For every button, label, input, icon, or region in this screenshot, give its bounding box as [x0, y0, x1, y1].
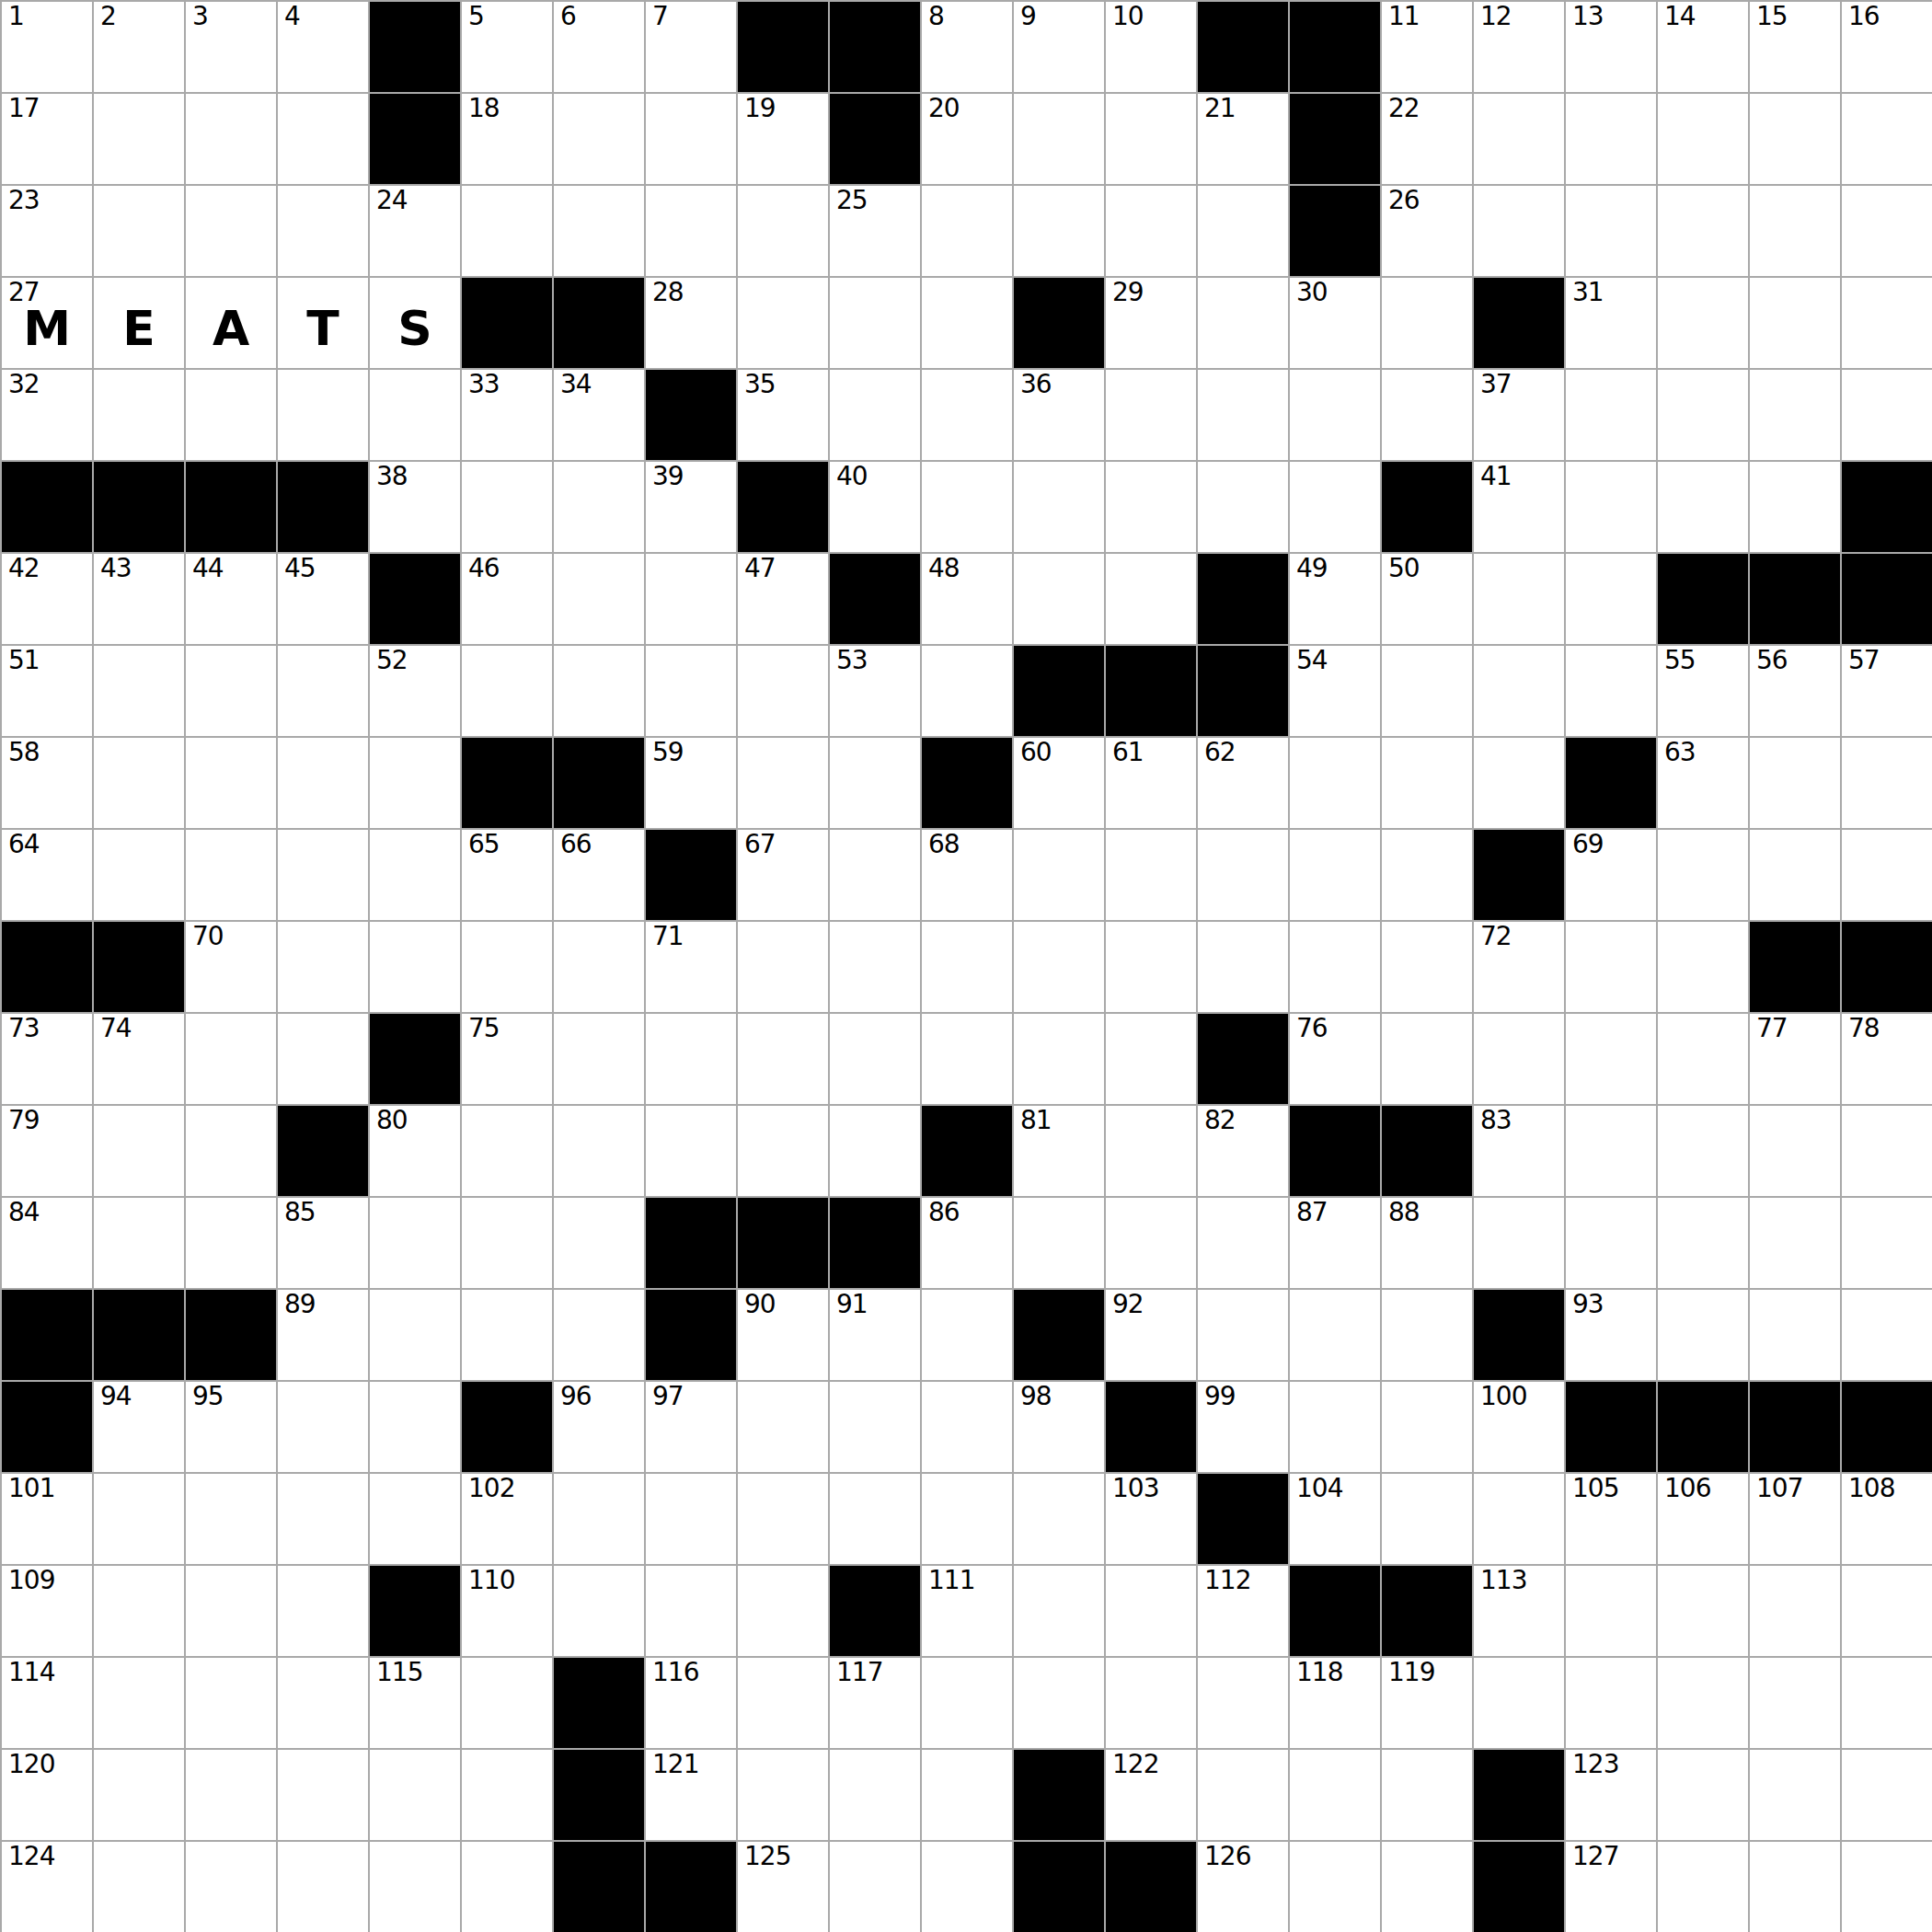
cell-r18c18[interactable]: [1566, 1566, 1658, 1658]
cell-r19c10[interactable]: 117: [830, 1658, 922, 1750]
cell-r19c16[interactable]: 119: [1382, 1658, 1474, 1750]
cell-r13c21[interactable]: [1842, 1106, 1932, 1198]
cell-r10c1[interactable]: 64: [2, 830, 94, 922]
cell-r5c5[interactable]: [370, 370, 462, 462]
cell-r21c14[interactable]: 126: [1198, 1842, 1290, 1932]
cell-r9c13[interactable]: 61: [1106, 738, 1198, 830]
cell-r17c1[interactable]: 101: [2, 1474, 94, 1566]
cell-r10c4[interactable]: [278, 830, 370, 922]
cell-r4c14[interactable]: [1198, 278, 1290, 370]
cell-r18c7[interactable]: [554, 1566, 646, 1658]
cell-r19c18[interactable]: [1566, 1658, 1658, 1750]
cell-r7c18[interactable]: [1566, 554, 1658, 646]
cell-r20c15[interactable]: [1290, 1750, 1382, 1842]
cell-r3c13[interactable]: [1106, 186, 1198, 278]
cell-r13c19[interactable]: [1658, 1106, 1750, 1198]
cell-r6c18[interactable]: [1566, 462, 1658, 554]
cell-r1c4[interactable]: 4: [278, 2, 370, 94]
cell-r17c15[interactable]: 104: [1290, 1474, 1382, 1566]
cell-r17c10[interactable]: [830, 1474, 922, 1566]
cell-r5c17[interactable]: 37: [1474, 370, 1566, 462]
cell-r17c17[interactable]: [1474, 1474, 1566, 1566]
cell-r1c7[interactable]: 6: [554, 2, 646, 94]
cell-r6c17[interactable]: 41: [1474, 462, 1566, 554]
cell-r9c17[interactable]: [1474, 738, 1566, 830]
cell-r19c14[interactable]: [1198, 1658, 1290, 1750]
cell-r8c2[interactable]: [94, 646, 186, 738]
cell-r6c6[interactable]: [462, 462, 554, 554]
cell-r4c21[interactable]: [1842, 278, 1932, 370]
cell-r1c18[interactable]: 13: [1566, 2, 1658, 94]
cell-r4c4[interactable]: T: [278, 278, 370, 370]
cell-r18c17[interactable]: 113: [1474, 1566, 1566, 1658]
cell-r20c18[interactable]: 123: [1566, 1750, 1658, 1842]
cell-r15c15[interactable]: [1290, 1290, 1382, 1382]
cell-r19c20[interactable]: [1750, 1658, 1842, 1750]
cell-r10c12[interactable]: [1014, 830, 1106, 922]
cell-r20c16[interactable]: [1382, 1750, 1474, 1842]
cell-r20c21[interactable]: [1842, 1750, 1932, 1842]
cell-r3c5[interactable]: 24: [370, 186, 462, 278]
cell-r12c9[interactable]: [738, 1014, 830, 1106]
cell-r7c13[interactable]: [1106, 554, 1198, 646]
cell-r9c21[interactable]: [1842, 738, 1932, 830]
cell-r3c19[interactable]: [1658, 186, 1750, 278]
cell-r2c1[interactable]: 17: [2, 94, 94, 186]
cell-r12c8[interactable]: [646, 1014, 738, 1106]
cell-r21c10[interactable]: [830, 1842, 922, 1932]
cell-r12c1[interactable]: 73: [2, 1014, 94, 1106]
cell-r11c11[interactable]: [922, 922, 1014, 1014]
cell-r16c10[interactable]: [830, 1382, 922, 1474]
cell-r13c6[interactable]: [462, 1106, 554, 1198]
cell-r21c16[interactable]: [1382, 1842, 1474, 1932]
cell-r16c9[interactable]: [738, 1382, 830, 1474]
cell-r10c2[interactable]: [94, 830, 186, 922]
cell-r2c18[interactable]: [1566, 94, 1658, 186]
cell-r13c7[interactable]: [554, 1106, 646, 1198]
cell-r2c9[interactable]: 19: [738, 94, 830, 186]
cell-r11c3[interactable]: 70: [186, 922, 278, 1014]
cell-r20c8[interactable]: 121: [646, 1750, 738, 1842]
cell-r19c13[interactable]: [1106, 1658, 1198, 1750]
cell-r21c15[interactable]: [1290, 1842, 1382, 1932]
cell-r1c12[interactable]: 9: [1014, 2, 1106, 94]
cell-r21c1[interactable]: 124: [2, 1842, 94, 1932]
cell-r9c8[interactable]: 59: [646, 738, 738, 830]
cell-r11c14[interactable]: [1198, 922, 1290, 1014]
cell-r7c1[interactable]: 42: [2, 554, 94, 646]
cell-r6c8[interactable]: 39: [646, 462, 738, 554]
cell-r17c13[interactable]: 103: [1106, 1474, 1198, 1566]
cell-r17c18[interactable]: 105: [1566, 1474, 1658, 1566]
cell-r2c8[interactable]: [646, 94, 738, 186]
cell-r6c20[interactable]: [1750, 462, 1842, 554]
cell-r17c20[interactable]: 107: [1750, 1474, 1842, 1566]
cell-r19c19[interactable]: [1658, 1658, 1750, 1750]
cell-r2c3[interactable]: [186, 94, 278, 186]
cell-r14c13[interactable]: [1106, 1198, 1198, 1290]
cell-r19c12[interactable]: [1014, 1658, 1106, 1750]
cell-r5c12[interactable]: 36: [1014, 370, 1106, 462]
cell-r5c7[interactable]: 34: [554, 370, 646, 462]
cell-r1c20[interactable]: 15: [1750, 2, 1842, 94]
cell-r15c14[interactable]: [1198, 1290, 1290, 1382]
cell-r15c6[interactable]: [462, 1290, 554, 1382]
cell-r6c14[interactable]: [1198, 462, 1290, 554]
cell-r15c7[interactable]: [554, 1290, 646, 1382]
cell-r2c4[interactable]: [278, 94, 370, 186]
cell-r14c11[interactable]: 86: [922, 1198, 1014, 1290]
cell-r8c16[interactable]: [1382, 646, 1474, 738]
cell-r12c19[interactable]: [1658, 1014, 1750, 1106]
cell-r19c17[interactable]: [1474, 1658, 1566, 1750]
cell-r12c11[interactable]: [922, 1014, 1014, 1106]
cell-r5c18[interactable]: [1566, 370, 1658, 462]
cell-r12c18[interactable]: [1566, 1014, 1658, 1106]
cell-r11c6[interactable]: [462, 922, 554, 1014]
cell-r16c16[interactable]: [1382, 1382, 1474, 1474]
cell-r8c15[interactable]: 54: [1290, 646, 1382, 738]
cell-r5c9[interactable]: 35: [738, 370, 830, 462]
cell-r10c15[interactable]: [1290, 830, 1382, 922]
cell-r2c12[interactable]: [1014, 94, 1106, 186]
cell-r12c2[interactable]: 74: [94, 1014, 186, 1106]
cell-r13c17[interactable]: 83: [1474, 1106, 1566, 1198]
cell-r10c21[interactable]: [1842, 830, 1932, 922]
cell-r12c16[interactable]: [1382, 1014, 1474, 1106]
cell-r12c20[interactable]: 77: [1750, 1014, 1842, 1106]
cell-r7c8[interactable]: [646, 554, 738, 646]
cell-r15c4[interactable]: 89: [278, 1290, 370, 1382]
cell-r21c19[interactable]: [1658, 1842, 1750, 1932]
cell-r7c15[interactable]: 49: [1290, 554, 1382, 646]
cell-r9c12[interactable]: 60: [1014, 738, 1106, 830]
cell-r3c18[interactable]: [1566, 186, 1658, 278]
cell-r11c7[interactable]: [554, 922, 646, 1014]
cell-r19c11[interactable]: [922, 1658, 1014, 1750]
cell-r12c12[interactable]: [1014, 1014, 1106, 1106]
cell-r20c2[interactable]: [94, 1750, 186, 1842]
cell-r5c11[interactable]: [922, 370, 1014, 462]
cell-r11c8[interactable]: 71: [646, 922, 738, 1014]
cell-r20c9[interactable]: [738, 1750, 830, 1842]
cell-r6c11[interactable]: [922, 462, 1014, 554]
cell-r16c14[interactable]: 99: [1198, 1382, 1290, 1474]
cell-r17c3[interactable]: [186, 1474, 278, 1566]
cell-r6c19[interactable]: [1658, 462, 1750, 554]
cell-r15c21[interactable]: [1842, 1290, 1932, 1382]
cell-r11c18[interactable]: [1566, 922, 1658, 1014]
cell-r7c12[interactable]: [1014, 554, 1106, 646]
cell-r4c10[interactable]: [830, 278, 922, 370]
cell-r7c3[interactable]: 44: [186, 554, 278, 646]
cell-r20c13[interactable]: 122: [1106, 1750, 1198, 1842]
cell-r7c7[interactable]: [554, 554, 646, 646]
cell-r18c19[interactable]: [1658, 1566, 1750, 1658]
cell-r8c8[interactable]: [646, 646, 738, 738]
cell-r10c18[interactable]: 69: [1566, 830, 1658, 922]
cell-r3c6[interactable]: [462, 186, 554, 278]
cell-r2c21[interactable]: [1842, 94, 1932, 186]
cell-r3c7[interactable]: [554, 186, 646, 278]
cell-r1c2[interactable]: 2: [94, 2, 186, 94]
cell-r5c20[interactable]: [1750, 370, 1842, 462]
cell-r3c17[interactable]: [1474, 186, 1566, 278]
cell-r14c12[interactable]: [1014, 1198, 1106, 1290]
cell-r1c16[interactable]: 11: [1382, 2, 1474, 94]
cell-r14c19[interactable]: [1658, 1198, 1750, 1290]
cell-r8c5[interactable]: 52: [370, 646, 462, 738]
cell-r5c6[interactable]: 33: [462, 370, 554, 462]
cell-r16c3[interactable]: 95: [186, 1382, 278, 1474]
cell-r1c11[interactable]: 8: [922, 2, 1014, 94]
cell-r20c20[interactable]: [1750, 1750, 1842, 1842]
cell-r17c6[interactable]: 102: [462, 1474, 554, 1566]
cell-r21c18[interactable]: 127: [1566, 1842, 1658, 1932]
cell-r8c11[interactable]: [922, 646, 1014, 738]
cell-r8c21[interactable]: 57: [1842, 646, 1932, 738]
cell-r16c11[interactable]: [922, 1382, 1014, 1474]
cell-r1c8[interactable]: 7: [646, 2, 738, 94]
cell-r2c17[interactable]: [1474, 94, 1566, 186]
cell-r11c16[interactable]: [1382, 922, 1474, 1014]
cell-r3c3[interactable]: [186, 186, 278, 278]
cell-r17c8[interactable]: [646, 1474, 738, 1566]
cell-r2c11[interactable]: 20: [922, 94, 1014, 186]
cell-r15c13[interactable]: 92: [1106, 1290, 1198, 1382]
cell-r14c5[interactable]: [370, 1198, 462, 1290]
cell-r10c5[interactable]: [370, 830, 462, 922]
cell-r5c21[interactable]: [1842, 370, 1932, 462]
cell-r10c16[interactable]: [1382, 830, 1474, 922]
cell-r9c9[interactable]: [738, 738, 830, 830]
cell-r18c4[interactable]: [278, 1566, 370, 1658]
cell-r21c11[interactable]: [922, 1842, 1014, 1932]
cell-r7c16[interactable]: 50: [1382, 554, 1474, 646]
cell-r1c13[interactable]: 10: [1106, 2, 1198, 94]
cell-r18c8[interactable]: [646, 1566, 738, 1658]
cell-r3c10[interactable]: 25: [830, 186, 922, 278]
cell-r21c9[interactable]: 125: [738, 1842, 830, 1932]
cell-r3c9[interactable]: [738, 186, 830, 278]
cell-r18c2[interactable]: [94, 1566, 186, 1658]
cell-r5c1[interactable]: 32: [2, 370, 94, 462]
cell-r7c11[interactable]: 48: [922, 554, 1014, 646]
cell-r10c19[interactable]: [1658, 830, 1750, 922]
cell-r19c3[interactable]: [186, 1658, 278, 1750]
cell-r12c21[interactable]: 78: [1842, 1014, 1932, 1106]
cell-r8c20[interactable]: 56: [1750, 646, 1842, 738]
cell-r2c16[interactable]: 22: [1382, 94, 1474, 186]
cell-r17c7[interactable]: [554, 1474, 646, 1566]
cell-r3c14[interactable]: [1198, 186, 1290, 278]
cell-r13c12[interactable]: 81: [1014, 1106, 1106, 1198]
cell-r5c15[interactable]: [1290, 370, 1382, 462]
cell-r5c10[interactable]: [830, 370, 922, 462]
cell-r4c20[interactable]: [1750, 278, 1842, 370]
cell-r4c15[interactable]: 30: [1290, 278, 1382, 370]
cell-r4c8[interactable]: 28: [646, 278, 738, 370]
cell-r8c7[interactable]: [554, 646, 646, 738]
cell-r6c13[interactable]: [1106, 462, 1198, 554]
cell-r4c3[interactable]: A: [186, 278, 278, 370]
cell-r3c20[interactable]: [1750, 186, 1842, 278]
cell-r11c10[interactable]: [830, 922, 922, 1014]
cell-r11c9[interactable]: [738, 922, 830, 1014]
cell-r12c6[interactable]: 75: [462, 1014, 554, 1106]
cell-r4c5[interactable]: S: [370, 278, 462, 370]
cell-r18c1[interactable]: 109: [2, 1566, 94, 1658]
cell-r1c17[interactable]: 12: [1474, 2, 1566, 94]
cell-r20c1[interactable]: 120: [2, 1750, 94, 1842]
cell-r1c21[interactable]: 16: [1842, 2, 1932, 94]
cell-r15c5[interactable]: [370, 1290, 462, 1382]
cell-r20c5[interactable]: [370, 1750, 462, 1842]
cell-r12c13[interactable]: [1106, 1014, 1198, 1106]
cell-r20c6[interactable]: [462, 1750, 554, 1842]
cell-r13c13[interactable]: [1106, 1106, 1198, 1198]
cell-r14c14[interactable]: [1198, 1198, 1290, 1290]
cell-r16c5[interactable]: [370, 1382, 462, 1474]
cell-r16c8[interactable]: 97: [646, 1382, 738, 1474]
cell-r8c9[interactable]: [738, 646, 830, 738]
cell-r21c21[interactable]: [1842, 1842, 1932, 1932]
cell-r9c10[interactable]: [830, 738, 922, 830]
cell-r14c16[interactable]: 88: [1382, 1198, 1474, 1290]
cell-r9c19[interactable]: 63: [1658, 738, 1750, 830]
cell-r10c9[interactable]: 67: [738, 830, 830, 922]
cell-r18c12[interactable]: [1014, 1566, 1106, 1658]
cell-r4c9[interactable]: [738, 278, 830, 370]
cell-r18c11[interactable]: 111: [922, 1566, 1014, 1658]
cell-r17c11[interactable]: [922, 1474, 1014, 1566]
cell-r16c2[interactable]: 94: [94, 1382, 186, 1474]
cell-r19c6[interactable]: [462, 1658, 554, 1750]
cell-r13c9[interactable]: [738, 1106, 830, 1198]
cell-r10c3[interactable]: [186, 830, 278, 922]
cell-r3c4[interactable]: [278, 186, 370, 278]
cell-r14c15[interactable]: 87: [1290, 1198, 1382, 1290]
cell-r14c21[interactable]: [1842, 1198, 1932, 1290]
cell-r7c9[interactable]: 47: [738, 554, 830, 646]
cell-r3c2[interactable]: [94, 186, 186, 278]
cell-r16c17[interactable]: 100: [1474, 1382, 1566, 1474]
cell-r10c13[interactable]: [1106, 830, 1198, 922]
cell-r18c21[interactable]: [1842, 1566, 1932, 1658]
cell-r9c16[interactable]: [1382, 738, 1474, 830]
cell-r1c19[interactable]: 14: [1658, 2, 1750, 94]
cell-r19c21[interactable]: [1842, 1658, 1932, 1750]
cell-r18c14[interactable]: 112: [1198, 1566, 1290, 1658]
cell-r20c19[interactable]: [1658, 1750, 1750, 1842]
cell-r20c14[interactable]: [1198, 1750, 1290, 1842]
cell-r5c3[interactable]: [186, 370, 278, 462]
cell-r10c14[interactable]: [1198, 830, 1290, 922]
cell-r17c9[interactable]: [738, 1474, 830, 1566]
cell-r15c11[interactable]: [922, 1290, 1014, 1382]
cell-r2c7[interactable]: [554, 94, 646, 186]
cell-r18c3[interactable]: [186, 1566, 278, 1658]
cell-r20c3[interactable]: [186, 1750, 278, 1842]
cell-r14c18[interactable]: [1566, 1198, 1658, 1290]
cell-r19c8[interactable]: 116: [646, 1658, 738, 1750]
cell-r4c1[interactable]: 27M: [2, 278, 94, 370]
cell-r14c17[interactable]: [1474, 1198, 1566, 1290]
cell-r13c10[interactable]: [830, 1106, 922, 1198]
cell-r7c6[interactable]: 46: [462, 554, 554, 646]
cell-r16c12[interactable]: 98: [1014, 1382, 1106, 1474]
cell-r16c4[interactable]: [278, 1382, 370, 1474]
cell-r17c21[interactable]: 108: [1842, 1474, 1932, 1566]
cell-r10c10[interactable]: [830, 830, 922, 922]
cell-r13c1[interactable]: 79: [2, 1106, 94, 1198]
cell-r6c10[interactable]: 40: [830, 462, 922, 554]
cell-r2c19[interactable]: [1658, 94, 1750, 186]
cell-r14c2[interactable]: [94, 1198, 186, 1290]
cell-r14c3[interactable]: [186, 1198, 278, 1290]
cell-r18c9[interactable]: [738, 1566, 830, 1658]
cell-r18c13[interactable]: [1106, 1566, 1198, 1658]
cell-r8c18[interactable]: [1566, 646, 1658, 738]
cell-r13c2[interactable]: [94, 1106, 186, 1198]
cell-r13c5[interactable]: 80: [370, 1106, 462, 1198]
cell-r3c1[interactable]: 23: [2, 186, 94, 278]
cell-r12c15[interactable]: 76: [1290, 1014, 1382, 1106]
cell-r13c20[interactable]: [1750, 1106, 1842, 1198]
cell-r9c3[interactable]: [186, 738, 278, 830]
cell-r6c7[interactable]: [554, 462, 646, 554]
cell-r4c2[interactable]: E: [94, 278, 186, 370]
cell-r20c4[interactable]: [278, 1750, 370, 1842]
cell-r7c2[interactable]: 43: [94, 554, 186, 646]
cell-r15c19[interactable]: [1658, 1290, 1750, 1382]
cell-r16c15[interactable]: [1290, 1382, 1382, 1474]
cell-r11c13[interactable]: [1106, 922, 1198, 1014]
cell-r10c11[interactable]: 68: [922, 830, 1014, 922]
cell-r6c5[interactable]: 38: [370, 462, 462, 554]
cell-r18c6[interactable]: 110: [462, 1566, 554, 1658]
cell-r9c20[interactable]: [1750, 738, 1842, 830]
cell-r15c20[interactable]: [1750, 1290, 1842, 1382]
cell-r21c20[interactable]: [1750, 1842, 1842, 1932]
cell-r9c15[interactable]: [1290, 738, 1382, 830]
cell-r11c4[interactable]: [278, 922, 370, 1014]
cell-r8c4[interactable]: [278, 646, 370, 738]
cell-r2c13[interactable]: [1106, 94, 1198, 186]
cell-r21c6[interactable]: [462, 1842, 554, 1932]
cell-r14c4[interactable]: 85: [278, 1198, 370, 1290]
cell-r19c15[interactable]: 118: [1290, 1658, 1382, 1750]
cell-r15c10[interactable]: 91: [830, 1290, 922, 1382]
cell-r19c2[interactable]: [94, 1658, 186, 1750]
cell-r19c9[interactable]: [738, 1658, 830, 1750]
cell-r11c12[interactable]: [1014, 922, 1106, 1014]
cell-r3c12[interactable]: [1014, 186, 1106, 278]
cell-r11c19[interactable]: [1658, 922, 1750, 1014]
cell-r11c17[interactable]: 72: [1474, 922, 1566, 1014]
cell-r8c17[interactable]: [1474, 646, 1566, 738]
cell-r5c16[interactable]: [1382, 370, 1474, 462]
cell-r13c14[interactable]: 82: [1198, 1106, 1290, 1198]
cell-r21c5[interactable]: [370, 1842, 462, 1932]
cell-r8c19[interactable]: 55: [1658, 646, 1750, 738]
cell-r5c2[interactable]: [94, 370, 186, 462]
cell-r5c14[interactable]: [1198, 370, 1290, 462]
cell-r3c16[interactable]: 26: [1382, 186, 1474, 278]
cell-r5c13[interactable]: [1106, 370, 1198, 462]
cell-r9c5[interactable]: [370, 738, 462, 830]
